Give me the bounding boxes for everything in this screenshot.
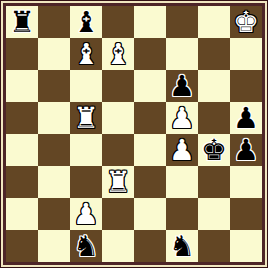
square-e6[interactable] — [134, 70, 166, 102]
square-e1[interactable] — [134, 230, 166, 262]
square-a1[interactable] — [6, 230, 38, 262]
square-h6[interactable] — [230, 70, 262, 102]
square-b7[interactable] — [38, 38, 70, 70]
square-c8[interactable]: ♝ — [70, 6, 102, 38]
piece-black-pawn-h4[interactable]: ♟ — [233, 134, 259, 166]
square-b4[interactable] — [38, 134, 70, 166]
square-g4[interactable]: ♚ — [198, 134, 230, 166]
square-e2[interactable] — [134, 198, 166, 230]
piece-white-rook-d3[interactable]: ♜ — [105, 166, 131, 198]
square-e4[interactable] — [134, 134, 166, 166]
square-a4[interactable] — [6, 134, 38, 166]
piece-black-bishop-c8[interactable]: ♝ — [73, 6, 99, 38]
square-g5[interactable] — [198, 102, 230, 134]
square-e8[interactable] — [134, 6, 166, 38]
square-b8[interactable] — [38, 6, 70, 38]
piece-black-pawn-h5[interactable]: ♟ — [233, 102, 259, 134]
square-e3[interactable] — [134, 166, 166, 198]
square-c2[interactable]: ♟ — [70, 198, 102, 230]
piece-black-pawn-f6[interactable]: ♟ — [169, 70, 195, 102]
square-h3[interactable] — [230, 166, 262, 198]
square-f5[interactable]: ♟ — [166, 102, 198, 134]
square-f3[interactable] — [166, 166, 198, 198]
board-frame-pinstripe: ♜♝♚♝♝♟♜♟♟♟♚♟♜♟♞♞ — [1, 1, 267, 267]
square-c5[interactable]: ♜ — [70, 102, 102, 134]
square-d7[interactable]: ♝ — [102, 38, 134, 70]
square-d3[interactable]: ♜ — [102, 166, 134, 198]
square-d2[interactable] — [102, 198, 134, 230]
square-h1[interactable] — [230, 230, 262, 262]
square-e5[interactable] — [134, 102, 166, 134]
square-d5[interactable] — [102, 102, 134, 134]
piece-white-bishop-d7[interactable]: ♝ — [105, 38, 131, 70]
square-g3[interactable] — [198, 166, 230, 198]
square-b2[interactable] — [38, 198, 70, 230]
piece-white-pawn-f5[interactable]: ♟ — [169, 102, 195, 134]
square-g8[interactable] — [198, 6, 230, 38]
square-h5[interactable]: ♟ — [230, 102, 262, 134]
square-g6[interactable] — [198, 70, 230, 102]
square-f1[interactable]: ♞ — [166, 230, 198, 262]
square-d4[interactable] — [102, 134, 134, 166]
square-a8[interactable]: ♜ — [6, 6, 38, 38]
square-b6[interactable] — [38, 70, 70, 102]
square-a2[interactable] — [6, 198, 38, 230]
square-g2[interactable] — [198, 198, 230, 230]
chess-board: ♜♝♚♝♝♟♜♟♟♟♚♟♜♟♞♞ — [6, 6, 262, 262]
square-a7[interactable] — [6, 38, 38, 70]
square-d8[interactable] — [102, 6, 134, 38]
square-a6[interactable] — [6, 70, 38, 102]
square-d1[interactable] — [102, 230, 134, 262]
piece-black-knight-f1[interactable]: ♞ — [169, 230, 195, 262]
square-f4[interactable]: ♟ — [166, 134, 198, 166]
square-c7[interactable]: ♝ — [70, 38, 102, 70]
piece-black-rook-a8[interactable]: ♜ — [9, 6, 35, 38]
square-a3[interactable] — [6, 166, 38, 198]
board-frame: ♜♝♚♝♝♟♜♟♟♟♚♟♜♟♞♞ — [3, 3, 265, 265]
square-c3[interactable] — [70, 166, 102, 198]
square-c1[interactable]: ♞ — [70, 230, 102, 262]
square-f6[interactable]: ♟ — [166, 70, 198, 102]
square-h8[interactable]: ♚ — [230, 6, 262, 38]
board-frame-outer-edge: ♜♝♚♝♝♟♜♟♟♟♚♟♜♟♞♞ — [0, 0, 268, 268]
square-b5[interactable] — [38, 102, 70, 134]
square-h2[interactable] — [230, 198, 262, 230]
square-e7[interactable] — [134, 38, 166, 70]
piece-white-pawn-c2[interactable]: ♟ — [73, 198, 99, 230]
piece-white-king-h8[interactable]: ♚ — [233, 6, 259, 38]
square-c6[interactable] — [70, 70, 102, 102]
square-f8[interactable] — [166, 6, 198, 38]
square-d6[interactable] — [102, 70, 134, 102]
square-h7[interactable] — [230, 38, 262, 70]
square-h4[interactable]: ♟ — [230, 134, 262, 166]
piece-black-king-g4[interactable]: ♚ — [201, 134, 227, 166]
piece-white-bishop-c7[interactable]: ♝ — [73, 38, 99, 70]
piece-white-pawn-f4[interactable]: ♟ — [169, 134, 195, 166]
square-f7[interactable] — [166, 38, 198, 70]
square-g7[interactable] — [198, 38, 230, 70]
square-a5[interactable] — [6, 102, 38, 134]
piece-white-rook-c5[interactable]: ♜ — [73, 102, 99, 134]
piece-black-knight-c1[interactable]: ♞ — [73, 230, 99, 262]
square-b1[interactable] — [38, 230, 70, 262]
square-c4[interactable] — [70, 134, 102, 166]
square-g1[interactable] — [198, 230, 230, 262]
square-b3[interactable] — [38, 166, 70, 198]
square-f2[interactable] — [166, 198, 198, 230]
